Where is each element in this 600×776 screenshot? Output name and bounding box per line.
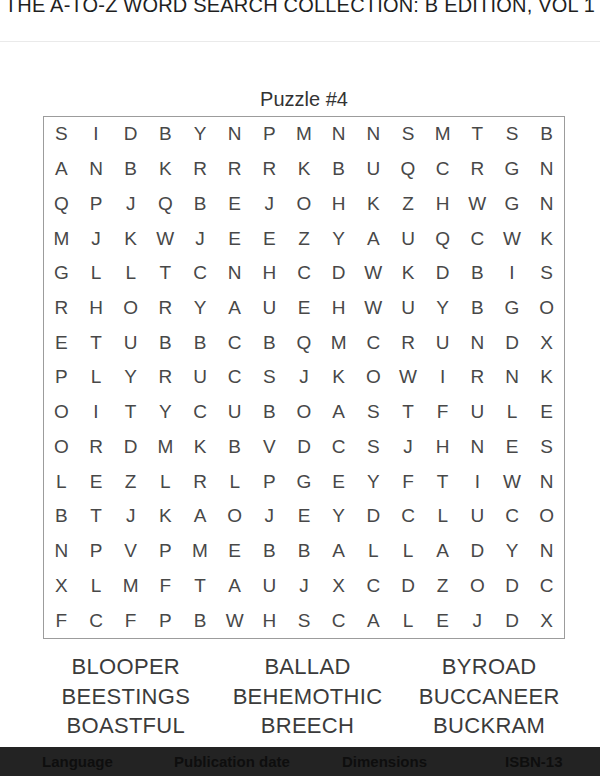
grid-cell: T [183,569,218,604]
grid-cell: T [460,117,495,152]
grid-cell: X [529,603,564,638]
grid-cell: H [79,291,114,326]
grid-cell: K [356,186,391,221]
grid-cell: N [460,430,495,465]
word-item: BUCKRAM [398,711,580,741]
grid-cell: S [391,117,426,152]
grid-cell: H [252,256,287,291]
grid-cell: L [495,395,530,430]
grid-cell: I [460,464,495,499]
grid-cell: N [217,117,252,152]
grid-cell: C [287,256,322,291]
grid-cell: C [217,325,252,360]
grid-cell: A [217,291,252,326]
grid-cell: D [391,569,426,604]
grid-cell: G [44,256,79,291]
grid-cell: C [391,499,426,534]
grid-cell: O [460,569,495,604]
grid-cell: T [148,256,183,291]
grid-cell: W [495,464,530,499]
word-item: BYROAD [398,652,580,682]
grid-cell: C [356,325,391,360]
grid-cell: B [252,395,287,430]
word-item: BALLAD [217,652,399,682]
header-divider [0,41,600,42]
grid-cell: R [183,152,218,187]
grid-cell: B [113,152,148,187]
grid-cell: I [425,360,460,395]
grid-cell: Z [113,464,148,499]
grid-cell: W [391,360,426,395]
grid-cell: K [321,360,356,395]
puzzle-number-heading: Puzzle #4 [43,88,565,110]
grid-cell: A [321,534,356,569]
grid-cell: B [217,430,252,465]
grid-cell: W [217,603,252,638]
grid-cell: I [79,117,114,152]
grid-cell: L [79,360,114,395]
grid-cell: M [287,117,322,152]
grid-cell: R [391,325,426,360]
grid-cell: U [425,325,460,360]
grid-cell: V [113,534,148,569]
grid-cell: H [425,186,460,221]
grid-cell: J [183,221,218,256]
word-item: BOASTFUL [35,711,217,741]
grid-cell: V [252,430,287,465]
grid-cell: A [183,499,218,534]
grid-cell: O [287,186,322,221]
grid-cell: O [44,395,79,430]
word-list: BLOOPER BALLAD BYROAD BEESTINGS BEHEMOTH… [35,652,580,741]
grid-cell: Y [148,395,183,430]
grid-cell: C [217,360,252,395]
grid-cell: L [148,464,183,499]
grid-cell: S [495,117,530,152]
grid-cell: D [356,499,391,534]
grid-cell: L [44,464,79,499]
grid-cell: R [460,360,495,395]
grid-cell: Z [391,186,426,221]
grid-cell: Y [321,221,356,256]
grid-cell: U [252,291,287,326]
grid-cell: W [356,291,391,326]
grid-cell: E [529,395,564,430]
grid-cell: R [148,360,183,395]
grid-cell: U [113,325,148,360]
grid-cell: C [529,569,564,604]
grid-cell: B [148,117,183,152]
grid-cell: B [529,117,564,152]
grid-cell: D [321,256,356,291]
grid-cell: G [495,186,530,221]
grid-cell: F [425,395,460,430]
grid-cell: D [113,117,148,152]
grid-cell: Q [287,325,322,360]
grid-cell: K [113,221,148,256]
grid-cell: Y [356,464,391,499]
grid-cell: W [460,186,495,221]
grid-cell: K [183,430,218,465]
grid-cell: A [217,569,252,604]
grid-cell: S [529,256,564,291]
grid-cell: Z [287,221,322,256]
grid-cell: K [529,360,564,395]
grid-cell: J [79,221,114,256]
footer-label-publication-date: Publication date [174,747,290,776]
grid-cell: Z [425,569,460,604]
word-item: BEHEMOTHIC [217,682,399,712]
grid-cell: A [356,221,391,256]
grid-cell: N [44,534,79,569]
grid-cell: Q [148,186,183,221]
grid-cell: P [44,360,79,395]
grid-cell: M [113,569,148,604]
grid-cell: O [529,291,564,326]
grid-cell: R [44,291,79,326]
grid-cell: P [252,117,287,152]
grid-cell: M [425,117,460,152]
grid-cell: U [252,569,287,604]
grid-cell: Y [321,499,356,534]
grid-cell: P [79,186,114,221]
word-item: BUCCANEER [398,682,580,712]
grid-cell: B [148,325,183,360]
grid-cell: B [460,256,495,291]
grid-cell: B [460,291,495,326]
grid-cell: S [529,430,564,465]
grid-cell: J [252,499,287,534]
grid-cell: Q [44,186,79,221]
grid-cell: C [425,152,460,187]
grid-cell: H [321,291,356,326]
grid-cell: N [460,325,495,360]
grid-cell: O [287,395,322,430]
grid-cell: H [252,603,287,638]
grid-cell: B [183,603,218,638]
grid-cell: L [79,569,114,604]
grid-cell: E [321,464,356,499]
grid-cell: A [356,603,391,638]
grid-cell: F [391,464,426,499]
grid-cell: D [287,430,322,465]
grid-cell: J [391,430,426,465]
grid-cell: M [148,430,183,465]
grid-cell: Y [495,534,530,569]
grid-cell: E [287,499,322,534]
grid-cell: R [79,430,114,465]
grid-cell: T [113,395,148,430]
grid-cell: C [79,603,114,638]
grid-cell: C [460,221,495,256]
grid-cell: I [79,395,114,430]
grid-cell: E [495,430,530,465]
grid-cell: P [148,534,183,569]
grid-cell: E [217,221,252,256]
grid-cell: K [148,499,183,534]
grid-cell: Q [425,221,460,256]
word-item: BEESTINGS [35,682,217,712]
grid-cell: B [183,325,218,360]
grid-cell: Y [425,291,460,326]
grid-cell: J [287,360,322,395]
grid-cell: U [183,360,218,395]
grid-cell: P [252,464,287,499]
book-title: THE A-TO-Z WORD SEARCH COLLECTION: B EDI… [0,0,600,16]
grid-cell: S [356,395,391,430]
grid-cell: I [495,256,530,291]
word-item: BREECH [217,711,399,741]
grid-cell: W [356,256,391,291]
grid-cell: D [495,603,530,638]
grid-cell: M [44,221,79,256]
grid-cell: U [460,499,495,534]
grid-cell: N [495,360,530,395]
grid-cell: J [460,603,495,638]
grid-cell: N [79,152,114,187]
grid-cell: J [113,499,148,534]
grid-cell: X [321,569,356,604]
grid-cell: B [252,325,287,360]
grid-cell: K [529,221,564,256]
grid-cell: H [321,186,356,221]
grid-cell: U [356,152,391,187]
grid-cell: O [217,499,252,534]
grid-cell: L [217,464,252,499]
grid-cell: S [44,117,79,152]
grid-cell: Y [113,360,148,395]
grid-cell: C [495,499,530,534]
grid-cell: S [356,430,391,465]
grid-cell: F [44,603,79,638]
footer-label-isbn-13: ISBN-13 [505,747,563,776]
grid-cell: X [529,325,564,360]
grid-cell: E [425,603,460,638]
grid-cell: N [529,152,564,187]
grid-cell: N [321,117,356,152]
grid-cell: J [252,186,287,221]
grid-cell: O [44,430,79,465]
grid-cell: M [183,534,218,569]
grid-cell: P [79,534,114,569]
grid-cell: O [356,360,391,395]
grid-cell: X [44,569,79,604]
grid-cell: A [425,534,460,569]
grid-cell: L [425,499,460,534]
grid-cell: B [183,186,218,221]
grid-cell: D [495,569,530,604]
grid-cell: L [391,534,426,569]
grid-cell: H [425,430,460,465]
grid-cell: A [321,395,356,430]
grid-cell: P [148,603,183,638]
grid-cell: C [321,603,356,638]
grid-cell: K [148,152,183,187]
grid-cell: G [495,291,530,326]
grid-cell: L [391,603,426,638]
grid-cell: B [287,534,322,569]
grid-cell: R [183,464,218,499]
grid-cell: N [529,534,564,569]
grid-cell: U [217,395,252,430]
grid-cell: G [495,152,530,187]
grid-cell: T [79,325,114,360]
grid-cell: J [113,186,148,221]
grid-cell: N [217,256,252,291]
grid-cell: E [287,291,322,326]
wordsearch-grid: SIDBYNPMNNSMTSBANBKRRRKBUQCRGNQPJQBEJOHK… [43,116,565,639]
grid-cell: B [44,499,79,534]
grid-cell: C [183,395,218,430]
footer-label-dimensions: Dimensions [342,747,427,776]
grid-cell: C [183,256,218,291]
grid-cell: D [425,256,460,291]
grid-cell: E [79,464,114,499]
grid-cell: Y [183,291,218,326]
grid-cell: U [391,291,426,326]
grid-cell: L [356,534,391,569]
grid-cell: A [44,152,79,187]
grid-cell: S [252,360,287,395]
grid-cell: F [113,603,148,638]
grid-cell: E [44,325,79,360]
grid-cell: B [252,534,287,569]
grid-cell: R [217,152,252,187]
grid-cell: D [460,534,495,569]
grid-cell: D [495,325,530,360]
grid-cell: T [391,395,426,430]
footer-label-language: Language [42,747,113,776]
grid-cell: T [425,464,460,499]
grid-cell: L [113,256,148,291]
grid-cell: O [529,499,564,534]
grid-cell: W [148,221,183,256]
grid-cell: N [529,186,564,221]
grid-cell: E [217,186,252,221]
grid-cell: C [356,569,391,604]
grid-cell: R [252,152,287,187]
grid-cell: U [391,221,426,256]
grid-cell: M [321,325,356,360]
grid-cell: Y [183,117,218,152]
grid-cell: O [113,291,148,326]
grid-cell: R [148,291,183,326]
product-details-bar: Language Publication date Dimensions ISB… [0,747,600,776]
grid-cell: S [287,603,322,638]
grid-cell: R [460,152,495,187]
grid-cell: Q [391,152,426,187]
grid-cell: D [113,430,148,465]
grid-cell: N [356,117,391,152]
grid-cell: F [148,569,183,604]
word-item: BLOOPER [35,652,217,682]
grid-cell: C [321,430,356,465]
grid-cell: W [495,221,530,256]
grid-cell: G [287,464,322,499]
grid-cell: E [217,534,252,569]
grid-cell: K [391,256,426,291]
grid-cell: N [529,464,564,499]
grid-cell: L [79,256,114,291]
grid-cell: E [252,221,287,256]
grid-cell: U [460,395,495,430]
grid-cell: K [287,152,322,187]
grid-cell: J [287,569,322,604]
grid-cell: T [79,499,114,534]
grid-cell: B [321,152,356,187]
